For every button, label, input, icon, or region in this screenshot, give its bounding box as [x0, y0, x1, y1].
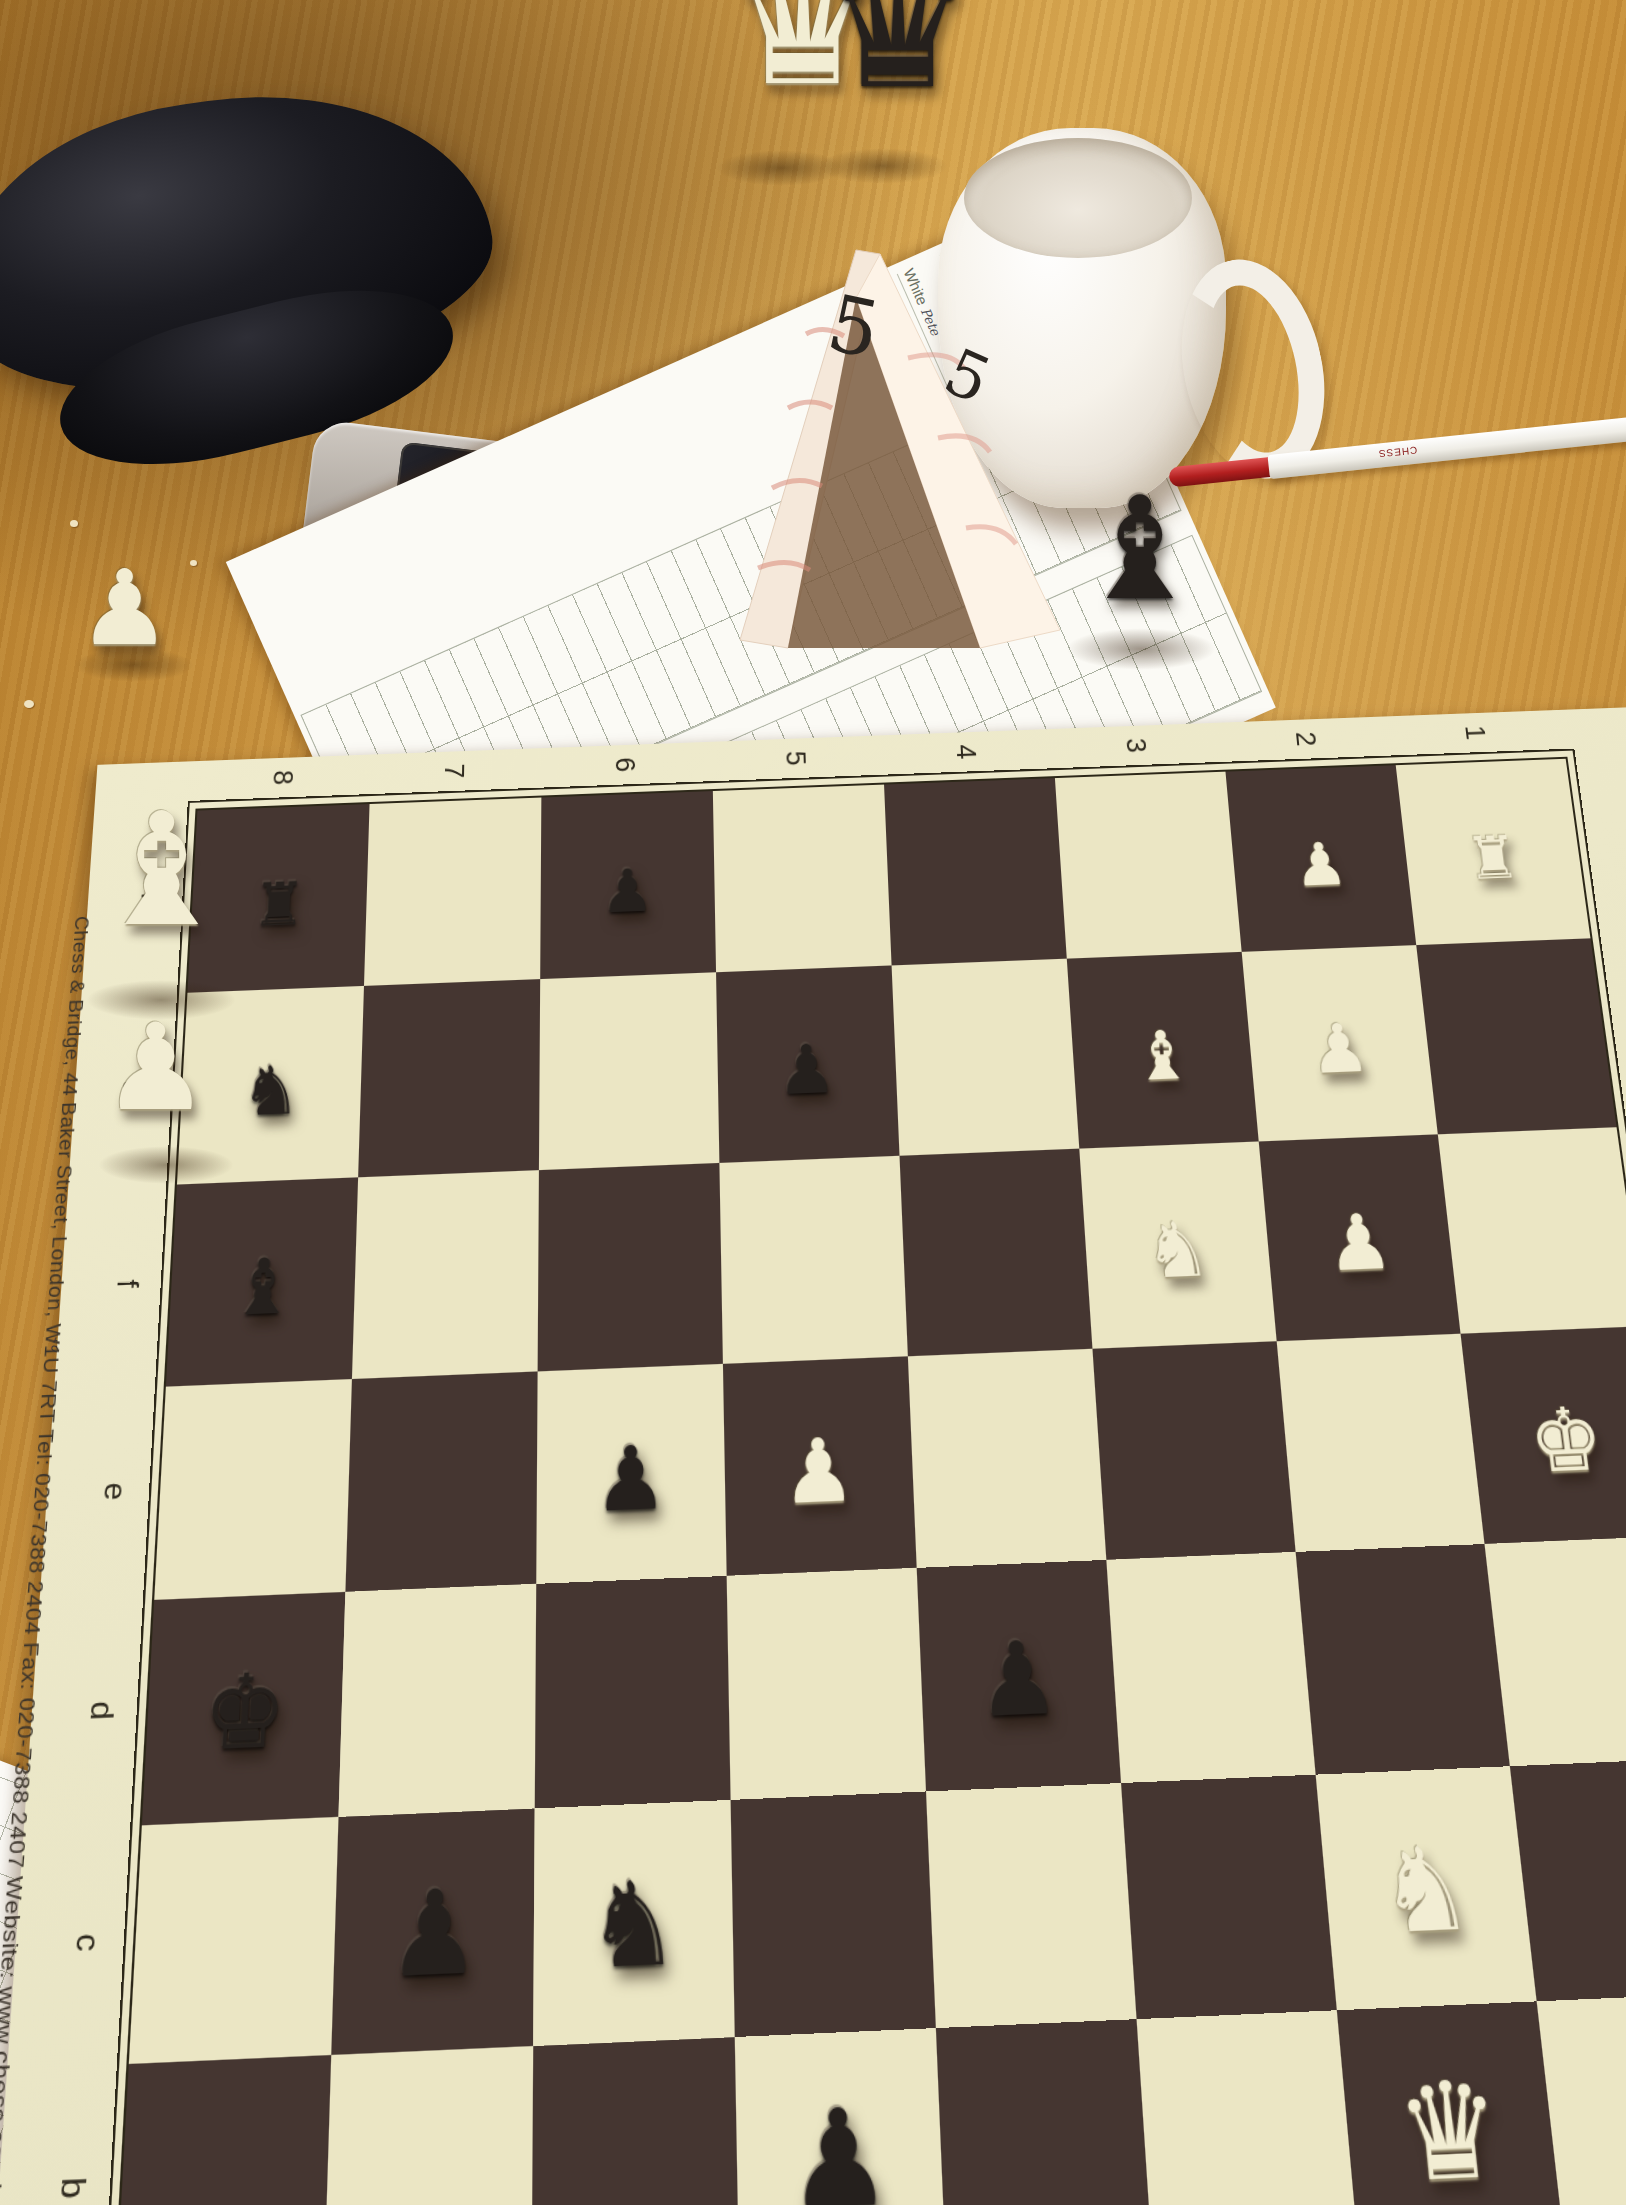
square-d8[interactable]: ♚ [142, 1592, 346, 1825]
square-f6[interactable] [538, 1163, 723, 1372]
board-grid: ♜♟♟♜♞♟♝♟♝♞♟♟♟♚♚♟♟♞♞♟♛♜♟ [98, 757, 1626, 2205]
piece-bP-e6[interactable]: ♟ [594, 1433, 668, 1524]
piece-shadow [98, 1146, 234, 1184]
square-h4[interactable] [884, 778, 1067, 965]
piece-wR-h1[interactable]: ♜ [1463, 828, 1523, 889]
square-f4[interactable] [900, 1149, 1093, 1357]
square-e3[interactable] [1092, 1341, 1295, 1560]
square-h3[interactable] [1055, 772, 1242, 959]
square-f1[interactable] [1438, 1127, 1626, 1333]
tent-number-right: 5 [934, 334, 1001, 418]
square-f5[interactable] [719, 1156, 907, 1364]
board-number-tent: 5 5 [728, 238, 1068, 658]
piece-bP-h6[interactable]: ♟ [601, 861, 654, 922]
square-e8[interactable] [154, 1379, 352, 1600]
square-d1[interactable] [1485, 1536, 1626, 1766]
square-f7[interactable] [352, 1170, 539, 1379]
captured-white-bishop-left[interactable]: ♝ [92, 792, 232, 948]
square-b4[interactable] [936, 2019, 1153, 2205]
square-b5[interactable]: ♟ [735, 2028, 947, 2205]
square-e4[interactable] [908, 1349, 1106, 1568]
piece-bP-b5[interactable]: ♟ [786, 2091, 893, 2205]
square-d2[interactable] [1296, 1544, 1510, 1775]
piece-bN-g8[interactable]: ♞ [240, 1056, 302, 1126]
captured-white-pawn-left-2[interactable]: ♟ [102, 1008, 210, 1128]
square-e7[interactable] [345, 1371, 537, 1591]
square-h1[interactable]: ♜ [1396, 759, 1591, 945]
square-h7[interactable] [364, 798, 541, 986]
piece-wN-f3[interactable]: ♞ [1142, 1211, 1213, 1290]
board-border: ♜♟♟♜♞♟♝♟♝♞♟♟♟♚♚♟♟♞♞♟♛♜♟ [87, 749, 1626, 2205]
square-g1[interactable] [1416, 938, 1616, 1134]
piece-bP-c7[interactable]: ♟ [387, 1874, 482, 1996]
square-b6[interactable] [532, 2037, 740, 2205]
piece-wB-g3[interactable]: ♝ [1130, 1021, 1194, 1091]
piece-bB-f8[interactable]: ♝ [228, 1248, 297, 1328]
captured-black-queen-top[interactable]: ♛ [822, 0, 974, 112]
square-d6[interactable] [535, 1576, 731, 1809]
square-g7[interactable] [358, 979, 540, 1177]
photo-stage: SAMSUNG Event Date 2 Grade White Pete Bl… [0, 0, 1626, 2205]
piece-shadow [1066, 628, 1216, 670]
piece-bP-g5[interactable]: ♟ [776, 1035, 837, 1105]
piece-wP-h2[interactable]: ♟ [1291, 834, 1350, 895]
square-g2[interactable]: ♟ [1242, 945, 1438, 1141]
piece-bP-d4[interactable]: ♟ [974, 1627, 1062, 1732]
square-h5[interactable] [713, 785, 892, 973]
square-e1[interactable]: ♚ [1461, 1326, 1626, 1544]
square-c2[interactable]: ♞ [1316, 1766, 1537, 2010]
crumb [24, 700, 34, 708]
piece-bK-d8[interactable]: ♚ [201, 1660, 288, 1766]
square-g5[interactable]: ♟ [716, 965, 899, 1162]
square-d4[interactable]: ♟ [917, 1560, 1121, 1792]
captured-white-pawn-left-1[interactable]: ♟ [78, 556, 171, 660]
piece-bN-c6[interactable]: ♞ [587, 1866, 680, 1988]
square-b2[interactable]: ♛ [1337, 2001, 1565, 2205]
piece-wQ-b2[interactable]: ♛ [1392, 2063, 1508, 2202]
square-c7[interactable]: ♟ [331, 1808, 535, 2055]
square-c6[interactable]: ♞ [533, 1800, 735, 2046]
square-b8[interactable] [115, 2055, 331, 2205]
square-c3[interactable] [1121, 1775, 1337, 2020]
crumb [70, 520, 78, 527]
piece-bR-h8[interactable]: ♜ [251, 874, 307, 935]
square-c8[interactable] [129, 1817, 339, 2064]
square-h6[interactable]: ♟ [540, 791, 716, 979]
square-g3[interactable]: ♝ [1067, 952, 1259, 1149]
square-b3[interactable] [1137, 2010, 1360, 2205]
square-d7[interactable] [339, 1584, 537, 1817]
square-f3[interactable]: ♞ [1079, 1141, 1276, 1348]
square-f8[interactable]: ♝ [166, 1177, 358, 1386]
captured-black-bishop-right[interactable]: ♝ [1076, 478, 1203, 620]
piece-wK-e1[interactable]: ♚ [1525, 1395, 1609, 1485]
chess-board-sheet: Chess & Bridge, 44 Baker Street, London,… [0, 707, 1626, 2205]
piece-wP-g2[interactable]: ♟ [1307, 1014, 1373, 1083]
square-g4[interactable] [892, 959, 1080, 1156]
square-e5[interactable]: ♟ [723, 1356, 917, 1576]
piece-wN-c2[interactable]: ♞ [1374, 1831, 1477, 1951]
square-f2[interactable]: ♟ [1259, 1134, 1461, 1341]
square-g6[interactable] [539, 972, 719, 1170]
square-c5[interactable] [731, 1791, 936, 2037]
black-cap [0, 100, 490, 460]
square-h2[interactable]: ♟ [1225, 765, 1416, 952]
crumb [190, 560, 197, 566]
square-d5[interactable] [727, 1568, 926, 1800]
square-b7[interactable] [323, 2046, 533, 2205]
square-c4[interactable] [926, 1783, 1137, 2028]
square-e2[interactable] [1277, 1334, 1485, 1552]
square-e6[interactable]: ♟ [536, 1364, 726, 1584]
piece-shadow [818, 148, 948, 184]
pen-barrel [1267, 417, 1626, 480]
piece-wP-e5[interactable]: ♟ [781, 1426, 857, 1517]
piece-wP-f2[interactable]: ♟ [1323, 1204, 1396, 1283]
square-d3[interactable] [1106, 1552, 1315, 1783]
